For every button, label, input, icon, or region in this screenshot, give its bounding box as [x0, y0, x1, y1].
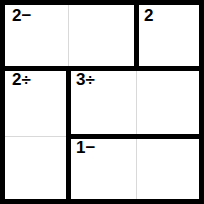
cell-r2c3[interactable]	[136, 68, 199, 136]
cage-clue-1minus: 1−	[76, 139, 95, 158]
cell-r3c2[interactable]: 1−	[68, 136, 136, 199]
cage-clue-3divide: 3÷	[76, 71, 95, 90]
cage-clue-2divide: 2÷	[12, 71, 31, 90]
cage-clue-2minus: 2−	[12, 7, 31, 26]
puzzle-grid: 2− 2 2÷ 3÷ 1−	[5, 5, 199, 199]
cell-r3c3[interactable]	[136, 136, 199, 199]
cell-r1c1[interactable]: 2−	[5, 5, 68, 68]
cell-r3c1[interactable]	[5, 136, 68, 199]
cell-r2c1[interactable]: 2÷	[5, 68, 68, 136]
cell-r1c3[interactable]: 2	[136, 5, 199, 68]
cage-clue-2: 2	[144, 7, 153, 26]
cell-r1c2[interactable]	[68, 5, 136, 68]
cell-r2c2[interactable]: 3÷	[68, 68, 136, 136]
kenken-board: 2− 2 2÷ 3÷ 1−	[0, 0, 204, 204]
